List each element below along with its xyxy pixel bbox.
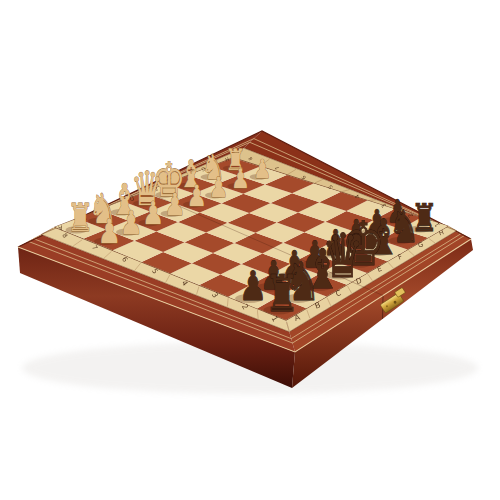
piece-light-pawn-e7: ♟ — [187, 179, 207, 212]
piece-light-pawn-a7: ♟ — [97, 212, 121, 251]
product-photo-canvas: 12345678ABCDEFGHABCDEFGH12345678♜♟♞♝♟♚♟♛… — [0, 0, 500, 500]
piece-light-pawn-h7: ♟ — [253, 154, 271, 184]
piece-light-rook-a8: ♜ — [67, 196, 94, 241]
piece-dark-pawn-a2: ♟ — [239, 262, 267, 310]
piece-light-pawn-c7: ♟ — [142, 195, 164, 232]
piece-light-pawn-f7: ♟ — [209, 171, 229, 203]
piece-light-pawn-g7: ♟ — [231, 162, 250, 194]
piece-dark-rook-a1: ♜ — [264, 265, 299, 324]
chess-set-photo: 12345678ABCDEFGHABCDEFGH12345678♜♟♞♝♟♚♟♛… — [0, 0, 500, 500]
piece-light-pawn-b7: ♟ — [120, 203, 143, 241]
piece-light-pawn-d7: ♟ — [164, 187, 185, 222]
